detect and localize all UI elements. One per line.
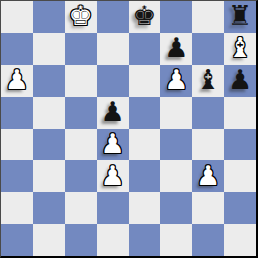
square-d1[interactable] bbox=[97, 224, 129, 256]
square-a4[interactable] bbox=[1, 129, 33, 161]
square-c7[interactable] bbox=[65, 33, 97, 65]
square-c3[interactable] bbox=[65, 160, 97, 192]
square-a1[interactable] bbox=[1, 224, 33, 256]
square-b3[interactable] bbox=[33, 160, 65, 192]
square-d5[interactable]: ♟ bbox=[97, 97, 129, 129]
square-e6[interactable] bbox=[129, 65, 161, 97]
square-h4[interactable] bbox=[224, 129, 256, 161]
square-e4[interactable] bbox=[129, 129, 161, 161]
square-f7[interactable]: ♟ bbox=[160, 33, 192, 65]
square-b1[interactable] bbox=[33, 224, 65, 256]
square-g1[interactable] bbox=[192, 224, 224, 256]
square-c1[interactable] bbox=[65, 224, 97, 256]
square-a8[interactable] bbox=[1, 1, 33, 33]
white-pawn[interactable]: ♟ bbox=[100, 130, 124, 157]
white-pawn[interactable]: ♟ bbox=[164, 66, 188, 93]
black-pawn[interactable]: ♟ bbox=[164, 34, 188, 61]
square-c5[interactable] bbox=[65, 97, 97, 129]
square-f2[interactable] bbox=[160, 192, 192, 224]
black-rook[interactable]: ♜ bbox=[228, 2, 252, 29]
square-f4[interactable] bbox=[160, 129, 192, 161]
square-g7[interactable] bbox=[192, 33, 224, 65]
square-g4[interactable] bbox=[192, 129, 224, 161]
square-a6[interactable]: ♟ bbox=[1, 65, 33, 97]
square-e1[interactable] bbox=[129, 224, 161, 256]
square-a3[interactable] bbox=[1, 160, 33, 192]
square-e8[interactable]: ♚ bbox=[129, 1, 161, 33]
square-c6[interactable] bbox=[65, 65, 97, 97]
black-pawn[interactable]: ♟ bbox=[228, 66, 252, 93]
black-pawn[interactable]: ♟ bbox=[100, 98, 124, 125]
square-g6[interactable]: ♝ bbox=[192, 65, 224, 97]
square-d4[interactable]: ♟ bbox=[97, 129, 129, 161]
square-h8[interactable]: ♜ bbox=[224, 1, 256, 33]
square-e7[interactable] bbox=[129, 33, 161, 65]
black-king[interactable]: ♚ bbox=[132, 2, 156, 29]
square-b5[interactable] bbox=[33, 97, 65, 129]
black-bishop[interactable]: ♝ bbox=[196, 66, 220, 93]
square-e3[interactable] bbox=[129, 160, 161, 192]
square-e5[interactable] bbox=[129, 97, 161, 129]
square-h7[interactable]: ♝ bbox=[224, 33, 256, 65]
white-bishop[interactable]: ♝ bbox=[228, 34, 252, 61]
square-h1[interactable] bbox=[224, 224, 256, 256]
square-b4[interactable] bbox=[33, 129, 65, 161]
square-f6[interactable]: ♟ bbox=[160, 65, 192, 97]
square-c4[interactable] bbox=[65, 129, 97, 161]
square-b2[interactable] bbox=[33, 192, 65, 224]
square-g5[interactable] bbox=[192, 97, 224, 129]
square-f8[interactable] bbox=[160, 1, 192, 33]
square-d6[interactable] bbox=[97, 65, 129, 97]
square-h6[interactable]: ♟ bbox=[224, 65, 256, 97]
square-d3[interactable]: ♟ bbox=[97, 160, 129, 192]
square-f5[interactable] bbox=[160, 97, 192, 129]
square-f3[interactable] bbox=[160, 160, 192, 192]
square-d7[interactable] bbox=[97, 33, 129, 65]
square-a7[interactable] bbox=[1, 33, 33, 65]
square-g8[interactable] bbox=[192, 1, 224, 33]
chess-diagram: ♚♚♜♟♝♟♟♝♟♟♟♟♟ bbox=[0, 0, 258, 258]
square-g3[interactable]: ♟ bbox=[192, 160, 224, 192]
square-g2[interactable] bbox=[192, 192, 224, 224]
square-b7[interactable] bbox=[33, 33, 65, 65]
square-e2[interactable] bbox=[129, 192, 161, 224]
square-a5[interactable] bbox=[1, 97, 33, 129]
square-b6[interactable] bbox=[33, 65, 65, 97]
square-d8[interactable] bbox=[97, 1, 129, 33]
square-c2[interactable] bbox=[65, 192, 97, 224]
white-pawn[interactable]: ♟ bbox=[196, 162, 220, 189]
square-h5[interactable] bbox=[224, 97, 256, 129]
chess-board: ♚♚♜♟♝♟♟♝♟♟♟♟♟ bbox=[0, 0, 258, 258]
square-c8[interactable]: ♚ bbox=[65, 1, 97, 33]
white-king[interactable]: ♚ bbox=[69, 2, 93, 29]
white-pawn[interactable]: ♟ bbox=[5, 66, 29, 93]
square-h2[interactable] bbox=[224, 192, 256, 224]
square-b8[interactable] bbox=[33, 1, 65, 33]
square-f1[interactable] bbox=[160, 224, 192, 256]
square-a2[interactable] bbox=[1, 192, 33, 224]
square-h3[interactable] bbox=[224, 160, 256, 192]
square-d2[interactable] bbox=[97, 192, 129, 224]
white-pawn[interactable]: ♟ bbox=[100, 162, 124, 189]
